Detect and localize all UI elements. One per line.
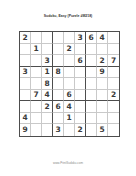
cell-r1c2[interactable] [31, 32, 42, 44]
cell-r8c2[interactable] [31, 113, 42, 125]
cell-r5c7[interactable] [86, 78, 97, 90]
cell-r7c3[interactable]: 2 [42, 101, 53, 113]
cell-r4c1[interactable]: 3 [20, 67, 31, 79]
cell-r8c4[interactable] [53, 113, 64, 125]
cell-r8c3[interactable] [42, 113, 53, 125]
cell-r6c4[interactable] [53, 90, 64, 102]
cell-r5c6[interactable] [75, 78, 86, 90]
sudoku-board: 2364123627318987462264419325 [19, 31, 120, 137]
cell-r5c3[interactable]: 8 [42, 78, 53, 90]
cell-r1c3[interactable] [42, 32, 53, 44]
cell-r4c8[interactable]: 9 [97, 67, 108, 79]
cell-r3c3[interactable]: 3 [42, 55, 53, 67]
cell-r5c8[interactable] [97, 78, 108, 90]
cell-r8c9[interactable] [108, 113, 119, 125]
cell-r5c4[interactable] [53, 78, 64, 90]
cell-r2c1[interactable] [20, 44, 31, 56]
cell-r9c8[interactable]: 5 [97, 124, 108, 136]
cell-r3c6[interactable]: 6 [75, 55, 86, 67]
cell-r5c1[interactable] [20, 78, 31, 90]
cell-r3c7[interactable] [86, 55, 97, 67]
cell-r3c1[interactable] [20, 55, 31, 67]
footer-url: www.PrintSudoku.com [34, 161, 102, 164]
cell-r6c1[interactable] [20, 90, 31, 102]
cell-r5c5[interactable] [64, 78, 75, 90]
cell-r4c2[interactable] [31, 67, 42, 79]
cell-r3c4[interactable] [53, 55, 64, 67]
cell-r6c7[interactable] [86, 90, 97, 102]
cell-r7c4[interactable]: 6 [53, 101, 64, 113]
cell-r9c2[interactable] [31, 124, 42, 136]
puzzle-title: Sudoku, Easy (Puzzle #M218) [29, 14, 108, 17]
cell-r9c3[interactable] [42, 124, 53, 136]
cell-r7c9[interactable] [108, 101, 119, 113]
cell-r7c8[interactable] [97, 101, 108, 113]
cell-r8c1[interactable]: 4 [20, 113, 31, 125]
cell-r7c1[interactable] [20, 101, 31, 113]
cell-r4c6[interactable] [75, 67, 86, 79]
cell-r1c1[interactable]: 2 [20, 32, 31, 44]
cell-r3c5[interactable] [64, 55, 75, 67]
cell-r4c4[interactable]: 8 [53, 67, 64, 79]
cell-r9c5[interactable] [64, 124, 75, 136]
cell-r2c5[interactable]: 2 [64, 44, 75, 56]
cell-r1c7[interactable]: 6 [86, 32, 97, 44]
cell-r9c6[interactable]: 2 [75, 124, 86, 136]
cell-r8c5[interactable]: 1 [64, 113, 75, 125]
cell-r3c9[interactable]: 7 [108, 55, 119, 67]
cell-r5c9[interactable] [108, 78, 119, 90]
cell-r1c4[interactable] [53, 32, 64, 44]
cell-r2c9[interactable] [108, 44, 119, 56]
cell-r4c5[interactable] [64, 67, 75, 79]
cell-r7c2[interactable] [31, 101, 42, 113]
cell-r8c6[interactable] [75, 113, 86, 125]
cell-r1c8[interactable]: 4 [97, 32, 108, 44]
cell-r2c8[interactable] [97, 44, 108, 56]
cell-r2c3[interactable] [42, 44, 53, 56]
cell-r6c5[interactable]: 6 [64, 90, 75, 102]
cell-r6c8[interactable] [97, 90, 108, 102]
cell-r9c7[interactable] [86, 124, 97, 136]
cell-r6c6[interactable] [75, 90, 86, 102]
cell-r2c4[interactable] [53, 44, 64, 56]
cell-r4c7[interactable] [86, 67, 97, 79]
cell-r5c2[interactable] [31, 78, 42, 90]
cell-r7c5[interactable]: 4 [64, 101, 75, 113]
cell-r4c9[interactable] [108, 67, 119, 79]
cell-r6c2[interactable]: 7 [31, 90, 42, 102]
cell-r2c6[interactable] [75, 44, 86, 56]
cell-r2c2[interactable]: 1 [31, 44, 42, 56]
cell-r1c9[interactable] [108, 32, 119, 44]
cell-r6c3[interactable]: 4 [42, 90, 53, 102]
cell-r6c9[interactable]: 2 [108, 90, 119, 102]
cell-r7c7[interactable] [86, 101, 97, 113]
cell-r1c5[interactable] [64, 32, 75, 44]
cell-r1c6[interactable]: 3 [75, 32, 86, 44]
cell-r9c1[interactable]: 9 [20, 124, 31, 136]
cell-r2c7[interactable] [86, 44, 97, 56]
cell-r8c7[interactable] [86, 113, 97, 125]
puzzle-page: Sudoku, Easy (Puzzle #M218) 236412362731… [0, 0, 136, 176]
cell-r9c9[interactable] [108, 124, 119, 136]
cell-r3c8[interactable]: 2 [97, 55, 108, 67]
cell-r3c2[interactable] [31, 55, 42, 67]
cell-r8c8[interactable] [97, 113, 108, 125]
cell-r7c6[interactable] [75, 101, 86, 113]
cell-r4c3[interactable]: 1 [42, 67, 53, 79]
cell-r9c4[interactable]: 3 [53, 124, 64, 136]
